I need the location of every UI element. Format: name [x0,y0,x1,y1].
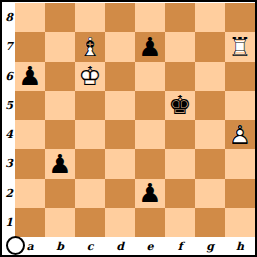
side-to-move-indicator [6,236,25,255]
square-f6[interactable] [165,62,195,91]
file-label-e: e [135,237,165,255]
file-labels: abcdefgh [15,237,255,255]
square-b4[interactable] [45,120,75,149]
chess-diagram: ♝♗♟♜♖♟♚♔♚♟♙♟♟ 87654321 abcdefgh [0,0,257,257]
square-c5[interactable] [75,91,105,120]
square-a2[interactable] [15,179,45,208]
square-f5[interactable]: ♚ [165,91,195,120]
square-g6[interactable] [195,62,225,91]
black-king-piece[interactable]: ♚ [165,91,195,120]
rank-labels: 87654321 [3,3,15,237]
square-e8[interactable] [135,3,165,32]
square-h6[interactable] [225,62,255,91]
square-b3[interactable]: ♟ [45,149,75,178]
square-c3[interactable] [75,149,105,178]
file-label-g: g [195,237,225,255]
square-a8[interactable] [15,3,45,32]
square-a4[interactable] [15,120,45,149]
square-a5[interactable] [15,91,45,120]
rank-label-2: 2 [3,179,15,208]
square-d1[interactable] [105,208,135,237]
square-f8[interactable] [165,3,195,32]
square-h8[interactable] [225,3,255,32]
black-pawn-piece[interactable]: ♟ [135,179,165,208]
square-g7[interactable] [195,32,225,61]
square-f2[interactable] [165,179,195,208]
square-e1[interactable] [135,208,165,237]
square-c4[interactable] [75,120,105,149]
square-h4[interactable]: ♟♙ [225,120,255,149]
square-e7[interactable]: ♟ [135,32,165,61]
square-h7[interactable]: ♜♖ [225,32,255,61]
square-d4[interactable] [105,120,135,149]
square-e3[interactable] [135,149,165,178]
rank-label-8: 8 [3,3,15,32]
square-c7[interactable]: ♝♗ [75,32,105,61]
square-a3[interactable] [15,149,45,178]
square-g8[interactable] [195,3,225,32]
square-a7[interactable] [15,32,45,61]
white-rook-fill: ♜ [225,32,255,61]
square-e4[interactable] [135,120,165,149]
square-b5[interactable] [45,91,75,120]
square-c8[interactable] [75,3,105,32]
black-pawn-piece[interactable]: ♟ [135,32,165,61]
white-pawn-fill: ♟ [225,120,255,149]
square-f4[interactable] [165,120,195,149]
square-d2[interactable] [105,179,135,208]
square-g4[interactable] [195,120,225,149]
rank-label-3: 3 [3,149,15,178]
square-d8[interactable] [105,3,135,32]
square-h5[interactable] [225,91,255,120]
white-rook-piece[interactable]: ♖ [225,32,255,61]
rank-label-6: 6 [3,62,15,91]
file-label-c: c [75,237,105,255]
rank-label-7: 7 [3,32,15,61]
black-pawn-piece[interactable]: ♟ [45,149,75,178]
white-bishop-piece[interactable]: ♗ [75,32,105,61]
square-e6[interactable] [135,62,165,91]
square-f7[interactable] [165,32,195,61]
white-king-fill: ♚ [75,62,105,91]
rank-label-4: 4 [3,120,15,149]
square-c6[interactable]: ♚♔ [75,62,105,91]
square-f3[interactable] [165,149,195,178]
square-b2[interactable] [45,179,75,208]
square-b7[interactable] [45,32,75,61]
white-pawn-piece[interactable]: ♙ [225,120,255,149]
square-e2[interactable]: ♟ [135,179,165,208]
black-pawn-piece[interactable]: ♟ [15,62,45,91]
file-label-d: d [105,237,135,255]
square-b6[interactable] [45,62,75,91]
square-g1[interactable] [195,208,225,237]
rank-label-5: 5 [3,91,15,120]
white-king-piece[interactable]: ♔ [75,62,105,91]
file-label-b: b [45,237,75,255]
square-c2[interactable] [75,179,105,208]
square-a1[interactable] [15,208,45,237]
square-b1[interactable] [45,208,75,237]
square-h3[interactable] [225,149,255,178]
square-g2[interactable] [195,179,225,208]
square-h2[interactable] [225,179,255,208]
square-f1[interactable] [165,208,195,237]
square-d6[interactable] [105,62,135,91]
square-d3[interactable] [105,149,135,178]
square-d5[interactable] [105,91,135,120]
square-a6[interactable]: ♟ [15,62,45,91]
square-e5[interactable] [135,91,165,120]
white-bishop-fill: ♝ [75,32,105,61]
square-g3[interactable] [195,149,225,178]
square-h1[interactable] [225,208,255,237]
rank-label-1: 1 [3,208,15,237]
square-b8[interactable] [45,3,75,32]
square-g5[interactable] [195,91,225,120]
square-d7[interactable] [105,32,135,61]
file-label-h: h [225,237,255,255]
file-label-f: f [165,237,195,255]
chess-board: ♝♗♟♜♖♟♚♔♚♟♙♟♟ [15,3,255,237]
square-c1[interactable] [75,208,105,237]
